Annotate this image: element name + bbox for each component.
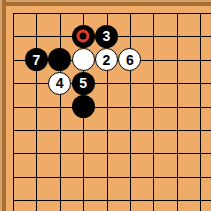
grid-line-vertical: [13, 13, 14, 211]
stone-number: 4: [56, 76, 64, 90]
grid-line-vertical: [36, 13, 37, 211]
stone-number: 6: [126, 53, 134, 67]
go-board: 372645: [0, 0, 211, 211]
stone-number: 2: [103, 53, 111, 67]
stone-number: 7: [32, 53, 40, 67]
board-frame-top: [0, 0, 211, 6]
grid-line-vertical: [177, 13, 178, 211]
grid-line-vertical: [130, 13, 131, 211]
grid-line-horizontal: [13, 107, 211, 108]
stone-number: 3: [103, 29, 111, 43]
black-stone: [72, 95, 95, 118]
black-stone: 7: [25, 48, 48, 71]
white-stone: 4: [48, 72, 71, 95]
grid-line-vertical: [153, 13, 154, 211]
red-circle-marker-icon: [77, 30, 90, 43]
stone-number: 5: [79, 76, 87, 90]
grid-line-horizontal: [13, 177, 211, 178]
grid-line-horizontal: [13, 83, 211, 84]
grid-line-vertical: [60, 13, 61, 211]
black-stone: 5: [72, 72, 95, 95]
black-stone: [72, 25, 95, 48]
white-stone: 6: [118, 48, 141, 71]
grid-line-horizontal: [13, 130, 211, 131]
grid-line-horizontal: [13, 13, 211, 14]
white-stone: [72, 48, 95, 71]
board-frame-left: [0, 0, 6, 211]
black-stone: [48, 48, 71, 71]
grid-line-vertical: [200, 13, 201, 211]
black-stone: 3: [95, 25, 118, 48]
grid-line-horizontal: [13, 200, 211, 201]
white-stone: 2: [95, 48, 118, 71]
grid-line-horizontal: [13, 153, 211, 154]
